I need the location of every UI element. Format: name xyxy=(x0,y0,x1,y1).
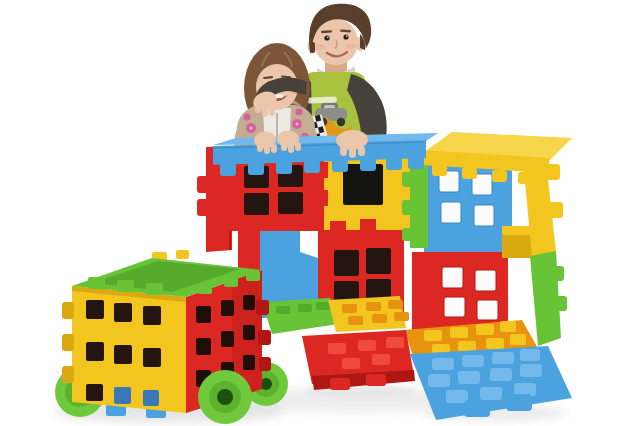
boy-eye xyxy=(324,35,329,40)
green-edge-connector xyxy=(402,160,428,248)
ground-panel-red xyxy=(302,330,415,390)
cart-yellow-front xyxy=(62,286,186,413)
product-photo: Two smiling children, a boy with his arm… xyxy=(0,0,640,426)
boy-head xyxy=(308,4,372,72)
floor-panel-yellow xyxy=(328,296,409,332)
green-edge-connector-lower xyxy=(530,251,567,346)
boy-eye xyxy=(343,34,348,39)
floor-panel-green xyxy=(262,298,338,334)
waffle-holes xyxy=(86,300,161,406)
waffle-cube-cart xyxy=(55,250,288,424)
